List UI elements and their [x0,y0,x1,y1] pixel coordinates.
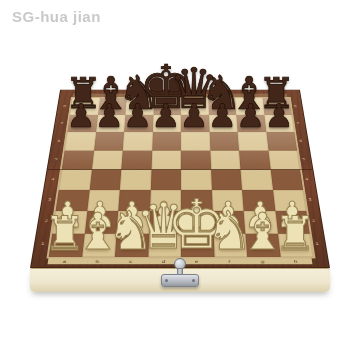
coord-label: e [180,94,207,98]
coord-label: f [213,258,246,264]
coord-label: d [153,94,180,98]
coord-label: 6 [295,132,306,150]
coord-label: b [81,258,115,264]
coord-label: 5 [298,150,310,169]
coord-label: c [114,258,147,264]
clasp-screw-left [165,279,168,282]
coord-label: h [279,258,313,264]
clasp-screw-right [192,279,195,282]
coord-label: 7 [56,114,67,131]
coord-label: g [233,94,260,98]
coord-label: 3 [44,189,57,210]
coord-label: 8 [290,98,301,115]
coord-label: a [73,94,100,98]
coord-label: 6 [53,132,64,150]
coord-label: a [48,258,82,264]
clasp-icon [161,258,199,289]
coord-label: 5 [50,150,62,169]
coord-label: 7 [292,114,303,131]
board-light-haze [49,98,314,257]
watermark: SG-hua jian [12,8,101,25]
chess-board: abcdefgh abcdefgh 87654321 87654321 [30,90,330,268]
coord-label: b [99,94,126,98]
coord-label: 4 [47,169,59,189]
file-labels-top: abcdefgh [73,94,288,98]
product-photo: SG-hua jian abcdefgh abcdefgh 87654321 8… [0,0,360,360]
coord-label: 2 [40,210,53,232]
coord-label: f [207,94,234,98]
coord-label: 8 [59,98,70,115]
fold-seam [47,169,312,170]
coord-label: 1 [36,232,49,255]
coord-label: h [260,94,287,98]
coord-label: c [126,94,153,98]
coord-label: g [246,258,280,264]
